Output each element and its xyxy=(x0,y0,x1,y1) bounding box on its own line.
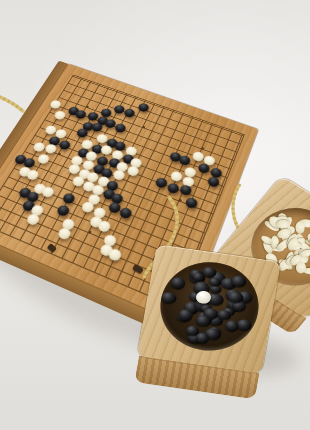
bowl-black-stone xyxy=(224,320,239,332)
white-stone xyxy=(32,141,46,153)
bowl-black-stone xyxy=(160,291,177,304)
bowl-white-stone xyxy=(295,221,305,233)
hoshi-point xyxy=(201,146,205,149)
hoshi-point xyxy=(87,230,91,234)
hoshi-point xyxy=(142,125,146,128)
stone-recess-black xyxy=(153,256,265,357)
product-photo-scene xyxy=(0,0,310,430)
black-stone xyxy=(177,154,191,166)
black-stone xyxy=(56,203,71,217)
black-stone xyxy=(74,109,88,120)
white-stone xyxy=(36,153,51,165)
tray-top xyxy=(137,244,281,374)
white-stone xyxy=(53,109,67,120)
black-stone xyxy=(137,102,150,113)
bowl-black-stone xyxy=(170,276,186,290)
black-stone-tray xyxy=(137,244,281,374)
black-stone xyxy=(114,122,128,133)
hoshi-point xyxy=(85,105,89,108)
white-stone xyxy=(49,99,63,110)
black-stone xyxy=(122,108,135,119)
black-stone xyxy=(61,192,76,205)
black-stone xyxy=(166,181,180,194)
